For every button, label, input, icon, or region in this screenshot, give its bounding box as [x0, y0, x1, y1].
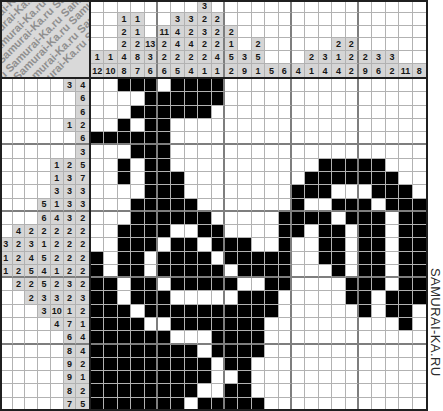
- grid-cell-empty[interactable]: [399, 119, 412, 132]
- grid-cell-empty[interactable]: [225, 159, 238, 172]
- grid-cell-empty[interactable]: [238, 79, 251, 92]
- grid-cell-filled[interactable]: [212, 92, 225, 105]
- grid-cell-empty[interactable]: [359, 358, 372, 371]
- grid-cell-filled[interactable]: [158, 371, 171, 384]
- grid-cell-empty[interactable]: [372, 145, 385, 158]
- grid-cell-filled[interactable]: [158, 345, 171, 358]
- grid-cell-empty[interactable]: [319, 265, 332, 278]
- grid-cell-empty[interactable]: [372, 119, 385, 132]
- grid-cell-filled[interactable]: [185, 384, 198, 397]
- grid-cell-filled[interactable]: [131, 252, 144, 265]
- grid-cell-empty[interactable]: [265, 238, 278, 251]
- grid-cell-filled[interactable]: [198, 265, 211, 278]
- grid-cell-filled[interactable]: [185, 305, 198, 318]
- grid-cell-empty[interactable]: [91, 238, 104, 251]
- grid-cell-filled[interactable]: [185, 252, 198, 265]
- grid-cell-empty[interactable]: [359, 384, 372, 397]
- grid-cell-empty[interactable]: [91, 199, 104, 212]
- grid-cell-filled[interactable]: [185, 278, 198, 291]
- grid-cell-filled[interactable]: [399, 291, 412, 304]
- grid-cell-filled[interactable]: [145, 331, 158, 344]
- grid-cell-empty[interactable]: [91, 79, 104, 92]
- grid-cell-filled[interactable]: [413, 238, 426, 251]
- grid-cell-filled[interactable]: [131, 371, 144, 384]
- grid-cell-empty[interactable]: [292, 278, 305, 291]
- grid-cell-filled[interactable]: [225, 345, 238, 358]
- grid-cell-empty[interactable]: [279, 92, 292, 105]
- grid-cell-empty[interactable]: [238, 172, 251, 185]
- grid-cell-empty[interactable]: [131, 159, 144, 172]
- grid-cell-empty[interactable]: [332, 305, 345, 318]
- grid-cell-empty[interactable]: [252, 225, 265, 238]
- grid-cell-filled[interactable]: [332, 159, 345, 172]
- grid-cell-filled[interactable]: [185, 371, 198, 384]
- grid-cell-empty[interactable]: [305, 331, 318, 344]
- grid-cell-filled[interactable]: [292, 225, 305, 238]
- grid-cell-empty[interactable]: [198, 145, 211, 158]
- grid-cell-filled[interactable]: [131, 212, 144, 225]
- grid-cell-empty[interactable]: [185, 132, 198, 145]
- grid-cell-empty[interactable]: [225, 145, 238, 158]
- grid-cell-filled[interactable]: [104, 291, 117, 304]
- grid-cell-empty[interactable]: [332, 212, 345, 225]
- grid-cell-filled[interactable]: [171, 318, 184, 331]
- grid-cell-empty[interactable]: [386, 358, 399, 371]
- grid-cell-empty[interactable]: [279, 106, 292, 119]
- grid-cell-empty[interactable]: [413, 358, 426, 371]
- grid-cell-filled[interactable]: [319, 172, 332, 185]
- grid-cell-empty[interactable]: [359, 119, 372, 132]
- grid-cell-filled[interactable]: [118, 305, 131, 318]
- grid-cell-filled[interactable]: [118, 358, 131, 371]
- grid-cell-filled[interactable]: [265, 265, 278, 278]
- grid-cell-empty[interactable]: [225, 371, 238, 384]
- grid-cell-empty[interactable]: [372, 384, 385, 397]
- grid-cell-filled[interactable]: [359, 212, 372, 225]
- grid-cell-empty[interactable]: [413, 106, 426, 119]
- grid-cell-empty[interactable]: [212, 384, 225, 397]
- grid-cell-empty[interactable]: [104, 106, 117, 119]
- grid-cell-empty[interactable]: [346, 119, 359, 132]
- grid-cell-filled[interactable]: [185, 106, 198, 119]
- grid-cell-empty[interactable]: [131, 305, 144, 318]
- grid-cell-empty[interactable]: [386, 119, 399, 132]
- grid-cell-empty[interactable]: [198, 119, 211, 132]
- grid-cell-empty[interactable]: [279, 172, 292, 185]
- grid-cell-empty[interactable]: [185, 331, 198, 344]
- grid-cell-filled[interactable]: [292, 212, 305, 225]
- grid-cell-empty[interactable]: [386, 145, 399, 158]
- grid-cell-empty[interactable]: [319, 318, 332, 331]
- grid-cell-filled[interactable]: [238, 384, 251, 397]
- grid-cell-filled[interactable]: [265, 252, 278, 265]
- grid-cell-empty[interactable]: [279, 145, 292, 158]
- grid-cell-empty[interactable]: [279, 384, 292, 397]
- grid-cell-empty[interactable]: [305, 358, 318, 371]
- grid-cell-empty[interactable]: [359, 79, 372, 92]
- grid-cell-empty[interactable]: [332, 384, 345, 397]
- grid-cell-filled[interactable]: [145, 238, 158, 251]
- grid-cell-filled[interactable]: [171, 185, 184, 198]
- grid-cell-empty[interactable]: [346, 185, 359, 198]
- grid-cell-filled[interactable]: [212, 278, 225, 291]
- grid-cell-empty[interactable]: [332, 132, 345, 145]
- grid-cell-empty[interactable]: [305, 291, 318, 304]
- grid-cell-filled[interactable]: [185, 79, 198, 92]
- grid-cell-empty[interactable]: [265, 185, 278, 198]
- grid-cell-empty[interactable]: [346, 238, 359, 251]
- grid-cell-empty[interactable]: [292, 159, 305, 172]
- grid-cell-empty[interactable]: [91, 106, 104, 119]
- grid-cell-empty[interactable]: [305, 199, 318, 212]
- grid-cell-empty[interactable]: [265, 371, 278, 384]
- grid-cell-filled[interactable]: [265, 278, 278, 291]
- grid-cell-empty[interactable]: [305, 278, 318, 291]
- grid-cell-empty[interactable]: [185, 185, 198, 198]
- grid-cell-empty[interactable]: [252, 119, 265, 132]
- grid-cell-filled[interactable]: [91, 331, 104, 344]
- grid-cell-empty[interactable]: [386, 159, 399, 172]
- grid-cell-empty[interactable]: [386, 92, 399, 105]
- grid-cell-filled[interactable]: [185, 358, 198, 371]
- grid-cell-filled[interactable]: [399, 265, 412, 278]
- grid-cell-empty[interactable]: [252, 79, 265, 92]
- grid-cell-empty[interactable]: [212, 371, 225, 384]
- grid-cell-filled[interactable]: [372, 252, 385, 265]
- grid-cell-filled[interactable]: [104, 345, 117, 358]
- grid-cell-empty[interactable]: [305, 305, 318, 318]
- grid-cell-empty[interactable]: [372, 79, 385, 92]
- grid-cell-empty[interactable]: [225, 199, 238, 212]
- grid-cell-filled[interactable]: [319, 185, 332, 198]
- grid-cell-filled[interactable]: [305, 172, 318, 185]
- grid-cell-empty[interactable]: [305, 132, 318, 145]
- grid-cell-filled[interactable]: [359, 305, 372, 318]
- grid-cell-filled[interactable]: [413, 278, 426, 291]
- grid-cell-empty[interactable]: [359, 185, 372, 198]
- grid-cell-empty[interactable]: [413, 345, 426, 358]
- grid-cell-filled[interactable]: [252, 345, 265, 358]
- grid-cell-filled[interactable]: [399, 225, 412, 238]
- grid-cell-empty[interactable]: [332, 92, 345, 105]
- grid-cell-empty[interactable]: [332, 371, 345, 384]
- grid-cell-empty[interactable]: [265, 159, 278, 172]
- grid-cell-filled[interactable]: [372, 159, 385, 172]
- grid-cell-filled[interactable]: [104, 384, 117, 397]
- grid-cell-filled[interactable]: [386, 185, 399, 198]
- grid-cell-empty[interactable]: [332, 278, 345, 291]
- grid-cell-empty[interactable]: [198, 185, 211, 198]
- grid-cell-empty[interactable]: [292, 371, 305, 384]
- grid-cell-filled[interactable]: [198, 371, 211, 384]
- grid-cell-empty[interactable]: [265, 79, 278, 92]
- grid-cell-filled[interactable]: [413, 212, 426, 225]
- grid-cell-filled[interactable]: [131, 238, 144, 251]
- grid-cell-empty[interactable]: [292, 291, 305, 304]
- grid-cell-empty[interactable]: [413, 371, 426, 384]
- grid-cell-empty[interactable]: [225, 106, 238, 119]
- grid-cell-filled[interactable]: [118, 331, 131, 344]
- grid-cell-empty[interactable]: [252, 238, 265, 251]
- grid-cell-empty[interactable]: [104, 172, 117, 185]
- grid-cell-empty[interactable]: [104, 252, 117, 265]
- grid-cell-filled[interactable]: [91, 291, 104, 304]
- grid-cell-empty[interactable]: [346, 358, 359, 371]
- grid-cell-filled[interactable]: [158, 119, 171, 132]
- grid-cell-empty[interactable]: [91, 145, 104, 158]
- grid-cell-filled[interactable]: [185, 318, 198, 331]
- grid-cell-filled[interactable]: [279, 212, 292, 225]
- grid-cell-filled[interactable]: [171, 106, 184, 119]
- grid-cell-filled[interactable]: [346, 212, 359, 225]
- grid-cell-filled[interactable]: [265, 291, 278, 304]
- grid-cell-filled[interactable]: [91, 371, 104, 384]
- grid-cell-empty[interactable]: [413, 159, 426, 172]
- grid-cell-filled[interactable]: [171, 358, 184, 371]
- grid-cell-filled[interactable]: [171, 252, 184, 265]
- grid-cell-filled[interactable]: [158, 159, 171, 172]
- grid-cell-empty[interactable]: [225, 185, 238, 198]
- grid-cell-filled[interactable]: [386, 305, 399, 318]
- grid-cell-empty[interactable]: [104, 212, 117, 225]
- grid-cell-filled[interactable]: [145, 92, 158, 105]
- grid-cell-empty[interactable]: [265, 106, 278, 119]
- grid-cell-empty[interactable]: [238, 159, 251, 172]
- grid-cell-empty[interactable]: [225, 265, 238, 278]
- grid-cell-empty[interactable]: [171, 291, 184, 304]
- grid-cell-empty[interactable]: [212, 132, 225, 145]
- grid-cell-empty[interactable]: [386, 278, 399, 291]
- grid-cell-empty[interactable]: [292, 331, 305, 344]
- grid-cell-empty[interactable]: [292, 132, 305, 145]
- grid-cell-empty[interactable]: [118, 291, 131, 304]
- grid-cell-empty[interactable]: [399, 371, 412, 384]
- grid-cell-empty[interactable]: [319, 278, 332, 291]
- grid-cell-filled[interactable]: [225, 238, 238, 251]
- grid-cell-filled[interactable]: [171, 172, 184, 185]
- grid-cell-filled[interactable]: [399, 278, 412, 291]
- grid-cell-empty[interactable]: [292, 145, 305, 158]
- grid-cell-empty[interactable]: [346, 145, 359, 158]
- grid-cell-empty[interactable]: [292, 358, 305, 371]
- grid-cell-empty[interactable]: [185, 159, 198, 172]
- grid-cell-filled[interactable]: [212, 265, 225, 278]
- grid-cell-filled[interactable]: [359, 265, 372, 278]
- grid-cell-filled[interactable]: [399, 305, 412, 318]
- grid-cell-empty[interactable]: [386, 345, 399, 358]
- grid-cell-filled[interactable]: [225, 278, 238, 291]
- grid-cell-empty[interactable]: [359, 318, 372, 331]
- grid-cell-empty[interactable]: [372, 199, 385, 212]
- grid-cell-filled[interactable]: [171, 345, 184, 358]
- grid-cell-filled[interactable]: [212, 238, 225, 251]
- grid-cell-empty[interactable]: [118, 199, 131, 212]
- grid-cell-empty[interactable]: [386, 79, 399, 92]
- grid-cell-filled[interactable]: [131, 132, 144, 145]
- grid-cell-empty[interactable]: [198, 172, 211, 185]
- grid-cell-empty[interactable]: [212, 119, 225, 132]
- grid-cell-filled[interactable]: [145, 159, 158, 172]
- grid-cell-empty[interactable]: [212, 291, 225, 304]
- grid-cell-filled[interactable]: [118, 318, 131, 331]
- grid-cell-empty[interactable]: [346, 106, 359, 119]
- grid-cell-filled[interactable]: [198, 305, 211, 318]
- grid-cell-filled[interactable]: [118, 371, 131, 384]
- grid-cell-empty[interactable]: [305, 345, 318, 358]
- grid-cell-empty[interactable]: [185, 172, 198, 185]
- grid-cell-empty[interactable]: [265, 318, 278, 331]
- grid-cell-filled[interactable]: [118, 252, 131, 265]
- grid-cell-filled[interactable]: [91, 305, 104, 318]
- grid-cell-empty[interactable]: [118, 278, 131, 291]
- grid-cell-empty[interactable]: [319, 291, 332, 304]
- grid-cell-empty[interactable]: [145, 265, 158, 278]
- grid-cell-filled[interactable]: [158, 331, 171, 344]
- grid-cell-filled[interactable]: [118, 225, 131, 238]
- grid-cell-filled[interactable]: [171, 199, 184, 212]
- grid-cell-filled[interactable]: [305, 185, 318, 198]
- grid-cell-filled[interactable]: [346, 199, 359, 212]
- grid-cell-filled[interactable]: [359, 172, 372, 185]
- grid-cell-filled[interactable]: [158, 225, 171, 238]
- grid-cell-empty[interactable]: [238, 119, 251, 132]
- grid-cell-empty[interactable]: [399, 132, 412, 145]
- grid-cell-empty[interactable]: [198, 238, 211, 251]
- grid-cell-filled[interactable]: [145, 199, 158, 212]
- grid-cell-filled[interactable]: [158, 291, 171, 304]
- grid-cell-filled[interactable]: [158, 252, 171, 265]
- grid-cell-empty[interactable]: [319, 371, 332, 384]
- grid-cell-empty[interactable]: [372, 358, 385, 371]
- grid-cell-empty[interactable]: [252, 384, 265, 397]
- grid-cell-empty[interactable]: [252, 358, 265, 371]
- grid-cell-filled[interactable]: [413, 252, 426, 265]
- grid-cell-empty[interactable]: [91, 172, 104, 185]
- grid-cell-empty[interactable]: [104, 145, 117, 158]
- grid-cell-filled[interactable]: [145, 79, 158, 92]
- grid-cell-filled[interactable]: [319, 212, 332, 225]
- grid-cell-filled[interactable]: [359, 278, 372, 291]
- grid-cell-empty[interactable]: [118, 145, 131, 158]
- grid-cell-empty[interactable]: [305, 159, 318, 172]
- grid-cell-empty[interactable]: [145, 318, 158, 331]
- grid-cell-empty[interactable]: [171, 119, 184, 132]
- grid-cell-empty[interactable]: [265, 358, 278, 371]
- grid-cell-empty[interactable]: [413, 318, 426, 331]
- grid-cell-empty[interactable]: [359, 345, 372, 358]
- grid-cell-empty[interactable]: [185, 225, 198, 238]
- grid-cell-empty[interactable]: [332, 185, 345, 198]
- grid-cell-empty[interactable]: [386, 384, 399, 397]
- grid-cell-empty[interactable]: [332, 318, 345, 331]
- grid-cell-filled[interactable]: [225, 318, 238, 331]
- grid-cell-filled[interactable]: [145, 145, 158, 158]
- grid-cell-empty[interactable]: [292, 252, 305, 265]
- grid-cell-empty[interactable]: [386, 212, 399, 225]
- grid-cell-empty[interactable]: [332, 106, 345, 119]
- grid-cell-filled[interactable]: [145, 225, 158, 238]
- grid-cell-filled[interactable]: [198, 212, 211, 225]
- grid-cell-empty[interactable]: [238, 212, 251, 225]
- grid-cell-filled[interactable]: [212, 318, 225, 331]
- grid-cell-filled[interactable]: [131, 265, 144, 278]
- grid-cell-empty[interactable]: [359, 92, 372, 105]
- grid-cell-filled[interactable]: [158, 199, 171, 212]
- grid-cell-filled[interactable]: [104, 331, 117, 344]
- grid-cell-filled[interactable]: [319, 252, 332, 265]
- grid-cell-filled[interactable]: [399, 318, 412, 331]
- grid-cell-empty[interactable]: [332, 79, 345, 92]
- grid-cell-filled[interactable]: [91, 252, 104, 265]
- grid-cell-filled[interactable]: [171, 265, 184, 278]
- grid-cell-empty[interactable]: [252, 92, 265, 105]
- grid-cell-empty[interactable]: [212, 172, 225, 185]
- grid-cell-empty[interactable]: [359, 106, 372, 119]
- grid-cell-empty[interactable]: [319, 92, 332, 105]
- grid-cell-empty[interactable]: [212, 159, 225, 172]
- grid-cell-filled[interactable]: [91, 358, 104, 371]
- grid-cell-filled[interactable]: [131, 291, 144, 304]
- grid-cell-filled[interactable]: [279, 252, 292, 265]
- grid-cell-empty[interactable]: [305, 79, 318, 92]
- grid-cell-filled[interactable]: [399, 238, 412, 251]
- grid-cell-empty[interactable]: [171, 225, 184, 238]
- grid-cell-filled[interactable]: [238, 252, 251, 265]
- grid-cell-filled[interactable]: [145, 132, 158, 145]
- grid-cell-filled[interactable]: [399, 185, 412, 198]
- grid-cell-filled[interactable]: [171, 371, 184, 384]
- grid-cell-empty[interactable]: [305, 238, 318, 251]
- grid-cell-empty[interactable]: [265, 384, 278, 397]
- grid-cell-filled[interactable]: [238, 238, 251, 251]
- grid-cell-empty[interactable]: [413, 145, 426, 158]
- grid-cell-filled[interactable]: [225, 331, 238, 344]
- grid-cell-empty[interactable]: [279, 159, 292, 172]
- grid-cell-empty[interactable]: [332, 291, 345, 304]
- grid-cell-filled[interactable]: [225, 384, 238, 397]
- grid-cell-empty[interactable]: [225, 291, 238, 304]
- grid-cell-empty[interactable]: [252, 145, 265, 158]
- grid-cell-filled[interactable]: [104, 358, 117, 371]
- grid-cell-empty[interactable]: [225, 119, 238, 132]
- grid-cell-empty[interactable]: [359, 331, 372, 344]
- grid-cell-filled[interactable]: [238, 265, 251, 278]
- grid-cell-filled[interactable]: [359, 252, 372, 265]
- grid-cell-filled[interactable]: [158, 145, 171, 158]
- grid-cell-filled[interactable]: [372, 265, 385, 278]
- grid-cell-empty[interactable]: [212, 358, 225, 371]
- grid-cell-empty[interactable]: [319, 358, 332, 371]
- grid-cell-filled[interactable]: [131, 358, 144, 371]
- grid-cell-empty[interactable]: [238, 278, 251, 291]
- grid-cell-empty[interactable]: [346, 92, 359, 105]
- grid-cell-empty[interactable]: [305, 92, 318, 105]
- grid-cell-empty[interactable]: [225, 212, 238, 225]
- grid-cell-filled[interactable]: [158, 92, 171, 105]
- grid-cell-empty[interactable]: [346, 331, 359, 344]
- grid-cell-empty[interactable]: [171, 145, 184, 158]
- grid-cell-filled[interactable]: [332, 252, 345, 265]
- grid-cell-filled[interactable]: [372, 172, 385, 185]
- grid-cell-filled[interactable]: [145, 278, 158, 291]
- grid-cell-empty[interactable]: [346, 318, 359, 331]
- grid-cell-empty[interactable]: [372, 331, 385, 344]
- grid-cell-empty[interactable]: [386, 371, 399, 384]
- grid-cell-empty[interactable]: [305, 225, 318, 238]
- grid-cell-empty[interactable]: [305, 145, 318, 158]
- grid-cell-filled[interactable]: [359, 238, 372, 251]
- grid-cell-empty[interactable]: [346, 305, 359, 318]
